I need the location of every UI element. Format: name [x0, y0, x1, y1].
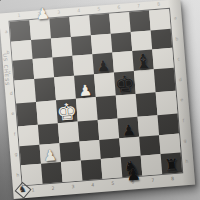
right-file-labels-g: g: [181, 131, 189, 152]
right-file-labels-a: a: [172, 8, 180, 29]
square-a7: [130, 11, 151, 32]
square-e3: ♚: [56, 99, 78, 124]
square-f6: ♟: [117, 117, 139, 138]
bottom-rank-labels-5: 5: [103, 181, 123, 189]
square-c3: [52, 56, 74, 78]
photo-scene: 12345678 12345678 abcdefgh abcdefgh US C…: [0, 0, 200, 200]
square-h3: [61, 161, 83, 182]
square-g5: [99, 138, 120, 159]
square-d2: [34, 78, 56, 103]
right-file-labels-d: d: [176, 70, 184, 91]
square-f2: [38, 123, 59, 144]
us-chess-logo: ♞: [14, 182, 30, 198]
square-b2: [31, 38, 52, 59]
right-file-labels-h: h: [183, 151, 191, 172]
square-c5: ♟: [92, 53, 113, 75]
square-a3: [49, 17, 71, 38]
square-d4: ♟: [74, 74, 96, 99]
square-c6: [112, 51, 134, 73]
square-g4: [80, 140, 101, 161]
square-h5: [101, 158, 122, 179]
square-g3: [59, 141, 81, 162]
brand-text: US CHESS: [2, 53, 11, 87]
black-rook-h8: ♜: [163, 157, 180, 175]
square-g1: [20, 145, 41, 166]
square-d7: [134, 70, 156, 95]
bottom-rank-labels-6: 6: [123, 180, 143, 188]
square-c7: ♝: [133, 50, 154, 72]
square-f4: [78, 120, 99, 141]
square-a5: [89, 14, 110, 35]
square-f1: [18, 125, 39, 146]
square-c1: [13, 59, 34, 81]
bottom-rank-labels-2: 2: [43, 186, 63, 194]
square-g6: [119, 137, 141, 158]
square-b5: [91, 33, 112, 54]
square-e5: [96, 96, 118, 121]
square-d3: [54, 76, 76, 101]
bottom-rank-labels-4: 4: [83, 183, 103, 191]
bottom-rank-labels-3: 3: [63, 184, 83, 192]
right-file-labels-c: c: [175, 49, 183, 70]
right-file-labels-f: f: [180, 110, 188, 131]
square-f3: [57, 122, 79, 143]
square-c8: [152, 48, 173, 70]
square-e8: [156, 91, 178, 116]
square-f7: [138, 115, 159, 136]
square-g7: [140, 135, 161, 156]
square-b4: [71, 35, 92, 56]
square-h2: [41, 163, 62, 184]
square-c2: [32, 58, 53, 80]
square-e7: [136, 92, 158, 117]
square-d5: [94, 73, 116, 98]
square-d8: [154, 68, 176, 93]
square-h8: ♜: [161, 153, 182, 174]
bottom-rank-labels-7: 7: [143, 178, 163, 186]
square-b1: [11, 40, 32, 61]
square-d1: [14, 79, 36, 104]
square-b6: [111, 32, 133, 53]
square-e4: [76, 97, 98, 122]
square-e1: [16, 102, 38, 127]
square-a6: [109, 12, 131, 33]
right-file-labels-b: b: [173, 29, 181, 50]
square-e2: [36, 101, 58, 126]
square-g8: [159, 133, 180, 154]
square-b8: [151, 28, 172, 49]
square-a8: [149, 9, 170, 30]
square-d6: ♚: [114, 71, 136, 96]
square-g2: ♟: [39, 143, 60, 164]
square-c4: [73, 54, 94, 76]
board-grid: ♟♝♟♚♚♟♟♞♜: [10, 9, 183, 185]
square-a4: [70, 15, 91, 36]
square-b7: [131, 30, 152, 51]
square-f8: [158, 114, 179, 135]
dust-speckles: [0, 0, 1, 1]
square-e6: [116, 94, 138, 119]
right-file-labels-e: e: [178, 90, 186, 111]
square-a1: [10, 20, 31, 41]
logo-knight-icon: ♞: [14, 182, 30, 198]
square-f5: [98, 119, 119, 140]
square-a2: [29, 19, 50, 40]
black-knight-h6: ♞: [122, 158, 141, 178]
square-b3: [51, 36, 73, 57]
square-h4: [81, 159, 102, 180]
bottom-rank-labels-8: 8: [163, 176, 183, 184]
chess-board: 12345678 12345678 abcdefgh abcdefgh US C…: [0, 0, 195, 199]
square-h7: [141, 154, 162, 175]
square-h6: ♞: [121, 156, 143, 177]
